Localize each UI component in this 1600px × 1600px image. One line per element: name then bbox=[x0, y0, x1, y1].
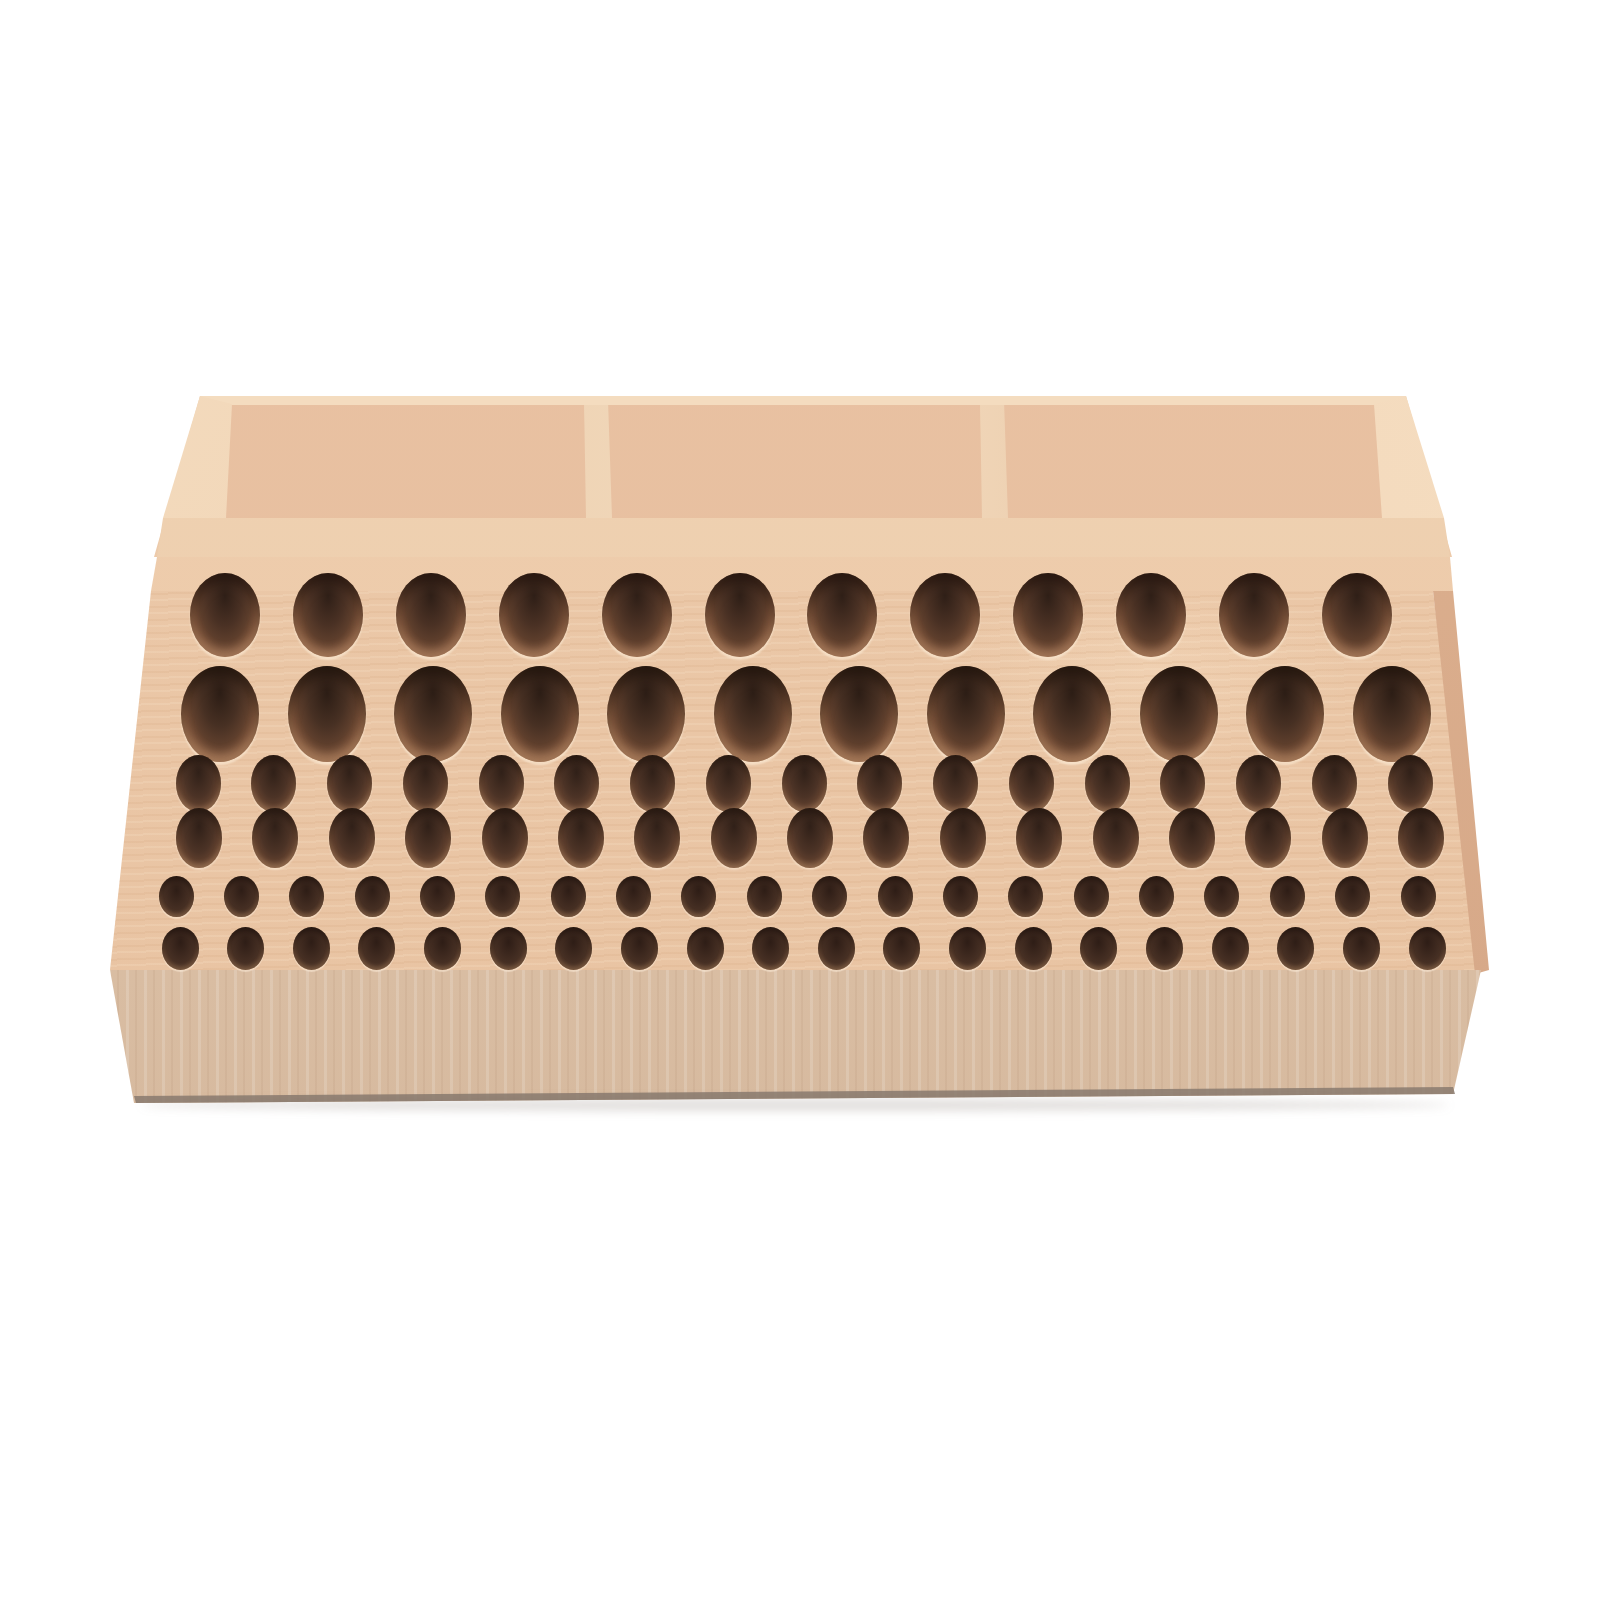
tool-hole bbox=[910, 573, 980, 657]
tool-hole bbox=[1146, 927, 1183, 970]
tool-hole bbox=[1277, 927, 1314, 970]
tool-hole bbox=[1401, 876, 1436, 917]
tool-hole bbox=[1085, 755, 1130, 812]
tool-hole bbox=[883, 927, 920, 970]
tool-hole bbox=[940, 808, 986, 868]
tool-hole bbox=[482, 808, 528, 868]
tool-hole bbox=[807, 573, 877, 657]
tool-hole bbox=[711, 808, 757, 868]
tool-hole bbox=[159, 876, 194, 917]
tool-hole bbox=[405, 808, 451, 868]
tool-hole bbox=[1015, 927, 1052, 970]
tool-hole bbox=[787, 808, 833, 868]
tool-hole bbox=[607, 666, 685, 762]
tool-hole bbox=[551, 876, 586, 917]
tool-hole bbox=[1388, 755, 1433, 812]
tool-hole bbox=[396, 573, 466, 657]
tool-hole bbox=[1353, 666, 1431, 762]
tool-hole bbox=[420, 876, 455, 917]
tool-hole bbox=[1219, 573, 1289, 657]
tool-hole bbox=[616, 876, 651, 917]
tool-hole bbox=[490, 927, 527, 970]
tool-hole bbox=[752, 927, 789, 970]
tool-hole bbox=[485, 876, 520, 917]
tool-hole bbox=[634, 808, 680, 868]
tool-hole bbox=[224, 876, 259, 917]
tool-hole bbox=[878, 876, 913, 917]
tool-hole bbox=[1245, 808, 1291, 868]
tool-hole bbox=[1074, 876, 1109, 917]
tool-hole bbox=[630, 755, 675, 812]
tool-hole bbox=[162, 927, 199, 970]
tool-hole bbox=[1204, 876, 1239, 917]
tool-hole bbox=[499, 573, 569, 657]
tool-hole bbox=[927, 666, 1005, 762]
tool-hole bbox=[1335, 876, 1370, 917]
tool-hole bbox=[358, 927, 395, 970]
tool-hole bbox=[1236, 755, 1281, 812]
tool-hole bbox=[555, 927, 592, 970]
tool-hole bbox=[1008, 876, 1043, 917]
tool-hole bbox=[812, 876, 847, 917]
tool-hole bbox=[714, 666, 792, 762]
tool-hole bbox=[1139, 876, 1174, 917]
tool-hole bbox=[687, 927, 724, 970]
tool-hole bbox=[403, 755, 448, 812]
tool-hole bbox=[1009, 755, 1054, 812]
tool-hole bbox=[176, 808, 222, 868]
tool-hole bbox=[1140, 666, 1218, 762]
tool-hole bbox=[424, 927, 461, 970]
tool-hole bbox=[327, 755, 372, 812]
tool-hole bbox=[251, 755, 296, 812]
tool-hole bbox=[1246, 666, 1324, 762]
tool-hole bbox=[705, 573, 775, 657]
tool-hole bbox=[681, 876, 716, 917]
tool-hole bbox=[1116, 573, 1186, 657]
tool-hole bbox=[820, 666, 898, 762]
tool-hole bbox=[554, 755, 599, 812]
tool-hole bbox=[1409, 927, 1446, 970]
drop-shadow bbox=[140, 1099, 1450, 1111]
tool-hole bbox=[1169, 808, 1215, 868]
tool-hole bbox=[933, 755, 978, 812]
tool-hole bbox=[949, 927, 986, 970]
tool-hole bbox=[558, 808, 604, 868]
tool-hole bbox=[1016, 808, 1062, 868]
tool-hole bbox=[1093, 808, 1139, 868]
tool-hole bbox=[1080, 927, 1117, 970]
tool-hole bbox=[181, 666, 259, 762]
tool-hole bbox=[1212, 927, 1249, 970]
tool-hole bbox=[943, 876, 978, 917]
tool-hole bbox=[782, 755, 827, 812]
tool-hole bbox=[394, 666, 472, 762]
tool-hole bbox=[293, 927, 330, 970]
tool-hole bbox=[289, 876, 324, 917]
tool-hole bbox=[602, 573, 672, 657]
tool-hole bbox=[1398, 808, 1444, 868]
tool-hole bbox=[501, 666, 579, 762]
tool-hole bbox=[1270, 876, 1305, 917]
tool-hole bbox=[293, 573, 363, 657]
tool-hole bbox=[1033, 666, 1111, 762]
tool-hole bbox=[1312, 755, 1357, 812]
tool-hole bbox=[1322, 808, 1368, 868]
product-photo bbox=[0, 0, 1600, 1600]
tool-hole bbox=[1343, 927, 1380, 970]
tool-hole bbox=[621, 927, 658, 970]
tool-hole bbox=[288, 666, 366, 762]
tool-hole bbox=[176, 755, 221, 812]
tool-hole bbox=[1160, 755, 1205, 812]
tool-hole bbox=[479, 755, 524, 812]
tool-hole bbox=[1322, 573, 1392, 657]
tool-hole bbox=[1013, 573, 1083, 657]
tool-hole bbox=[706, 755, 751, 812]
tool-hole bbox=[190, 573, 260, 657]
tool-hole bbox=[355, 876, 390, 917]
tool-hole bbox=[329, 808, 375, 868]
tool-hole bbox=[747, 876, 782, 917]
tool-hole bbox=[818, 927, 855, 970]
tool-hole bbox=[857, 755, 902, 812]
tool-hole bbox=[227, 927, 264, 970]
